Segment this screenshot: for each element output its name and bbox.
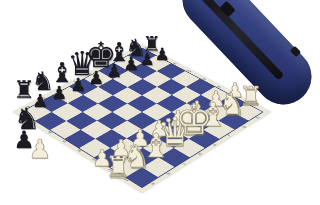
chess-board: abcdefgh abcdefgh 87654321 87654321 [13, 44, 270, 193]
board-grid [22, 48, 262, 187]
chess-piece-black-n-b8: ♞ [31, 68, 54, 94]
chess-piece-white-p-off3: ♟ [28, 136, 51, 162]
product-photo: abcdefgh abcdefgh 87654321 87654321 ♜♞♝♛… [0, 0, 320, 205]
chess-piece-black-p-off2: ♟ [13, 128, 35, 152]
chess-piece-black-r-a8: ♜ [13, 78, 35, 102]
